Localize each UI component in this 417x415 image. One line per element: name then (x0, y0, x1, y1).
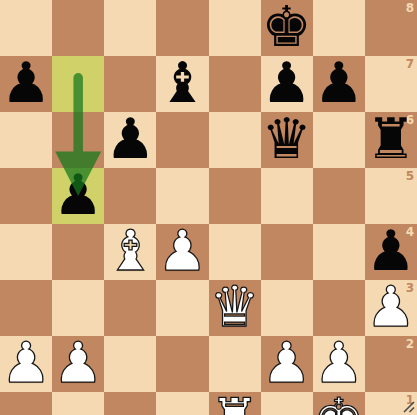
square-g7[interactable]: ♟ (313, 56, 365, 112)
square-a5[interactable] (0, 168, 52, 224)
square-b7[interactable] (52, 56, 104, 112)
square-f5[interactable] (261, 168, 313, 224)
square-d5[interactable] (156, 168, 208, 224)
square-c5[interactable] (104, 168, 156, 224)
square-a7[interactable]: ♟ (0, 56, 52, 112)
square-b8[interactable] (52, 0, 104, 56)
square-d7[interactable]: ♝ (156, 56, 208, 112)
white-bishop-c4[interactable]: ♝ (105, 223, 155, 279)
square-a3[interactable] (0, 280, 52, 336)
square-b3[interactable] (52, 280, 104, 336)
black-pawn-h4[interactable]: ♟ (366, 223, 416, 279)
square-c2[interactable] (104, 336, 156, 392)
square-b1[interactable]: b (52, 392, 104, 415)
square-e8[interactable] (209, 0, 261, 56)
square-h3[interactable]: 3♟ (365, 280, 417, 336)
rank-label-5: 5 (406, 170, 414, 182)
square-d3[interactable] (156, 280, 208, 336)
square-b4[interactable] (52, 224, 104, 280)
square-b6[interactable] (52, 112, 104, 168)
square-g4[interactable] (313, 224, 365, 280)
square-b2[interactable]: ♟ (52, 336, 104, 392)
square-g5[interactable] (313, 168, 365, 224)
square-c7[interactable] (104, 56, 156, 112)
square-d2[interactable] (156, 336, 208, 392)
white-pawn-f2[interactable]: ♟ (262, 335, 312, 391)
black-pawn-f7[interactable]: ♟ (262, 55, 312, 111)
square-a8[interactable] (0, 0, 52, 56)
square-g6[interactable] (313, 112, 365, 168)
square-d6[interactable] (156, 112, 208, 168)
black-bishop-d7[interactable]: ♝ (157, 55, 207, 111)
white-pawn-a2[interactable]: ♟ (1, 335, 51, 391)
square-h7[interactable]: 7 (365, 56, 417, 112)
chess-board: ♚8♟♝♟♟7♟♛6♜♟5♝♟4♟♛3♟♟♟♟♟2abcde♜fg♚1h (0, 0, 417, 415)
square-h5[interactable]: 5 (365, 168, 417, 224)
square-c8[interactable] (104, 0, 156, 56)
rank-label-2: 2 (406, 338, 414, 350)
black-pawn-g7[interactable]: ♟ (314, 55, 364, 111)
square-g2[interactable]: ♟ (313, 336, 365, 392)
square-e2[interactable] (209, 336, 261, 392)
square-c6[interactable]: ♟ (104, 112, 156, 168)
black-pawn-b5[interactable]: ♟ (53, 167, 103, 223)
square-e3[interactable]: ♛ (209, 280, 261, 336)
white-pawn-b2[interactable]: ♟ (53, 335, 103, 391)
square-g8[interactable] (313, 0, 365, 56)
rank-label-7: 7 (406, 58, 414, 70)
square-f2[interactable]: ♟ (261, 336, 313, 392)
square-f3[interactable] (261, 280, 313, 336)
white-pawn-g2[interactable]: ♟ (314, 335, 364, 391)
white-king-g1[interactable]: ♚ (314, 391, 364, 415)
black-rook-h6[interactable]: ♜ (366, 111, 416, 167)
white-rook-e1[interactable]: ♜ (209, 391, 259, 415)
black-queen-f6[interactable]: ♛ (262, 111, 312, 167)
square-f7[interactable]: ♟ (261, 56, 313, 112)
square-d1[interactable]: d (156, 392, 208, 415)
white-pawn-d4[interactable]: ♟ (157, 223, 207, 279)
square-d4[interactable]: ♟ (156, 224, 208, 280)
square-f4[interactable] (261, 224, 313, 280)
square-d8[interactable] (156, 0, 208, 56)
square-a6[interactable] (0, 112, 52, 168)
square-e7[interactable] (209, 56, 261, 112)
square-h4[interactable]: 4♟ (365, 224, 417, 280)
square-a2[interactable]: ♟ (0, 336, 52, 392)
square-h8[interactable]: 8 (365, 0, 417, 56)
rank-label-8: 8 (406, 2, 414, 14)
square-f6[interactable]: ♛ (261, 112, 313, 168)
square-c3[interactable] (104, 280, 156, 336)
square-e6[interactable] (209, 112, 261, 168)
square-f1[interactable]: f (261, 392, 313, 415)
square-e4[interactable] (209, 224, 261, 280)
black-pawn-c6[interactable]: ♟ (105, 111, 155, 167)
square-a1[interactable]: a (0, 392, 52, 415)
square-e1[interactable]: e♜ (209, 392, 261, 415)
square-g3[interactable] (313, 280, 365, 336)
square-b5[interactable]: ♟ (52, 168, 104, 224)
square-h6[interactable]: 6♜ (365, 112, 417, 168)
black-pawn-a7[interactable]: ♟ (1, 55, 51, 111)
resize-handle-icon[interactable] (401, 399, 415, 413)
square-a4[interactable] (0, 224, 52, 280)
black-king-f8[interactable]: ♚ (262, 0, 312, 55)
white-queen-e3[interactable]: ♛ (209, 279, 259, 335)
square-e5[interactable] (209, 168, 261, 224)
square-g1[interactable]: g♚ (313, 392, 365, 415)
square-h2[interactable]: 2 (365, 336, 417, 392)
square-f8[interactable]: ♚ (261, 0, 313, 56)
square-c4[interactable]: ♝ (104, 224, 156, 280)
square-c1[interactable]: c (104, 392, 156, 415)
white-pawn-h3[interactable]: ♟ (366, 279, 416, 335)
